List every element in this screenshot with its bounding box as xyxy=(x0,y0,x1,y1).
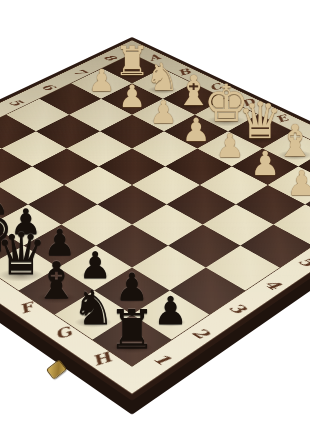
product-photo: AABBCCDDEEFFGGHH1122334455667788 ♜♞♟♝♟♚♟… xyxy=(0,0,310,430)
chess-board: AABBCCDDEEFFGGHH1122334455667788 xyxy=(0,37,310,401)
scene: AABBCCDDEEFFGGHH1122334455667788 xyxy=(0,0,310,430)
